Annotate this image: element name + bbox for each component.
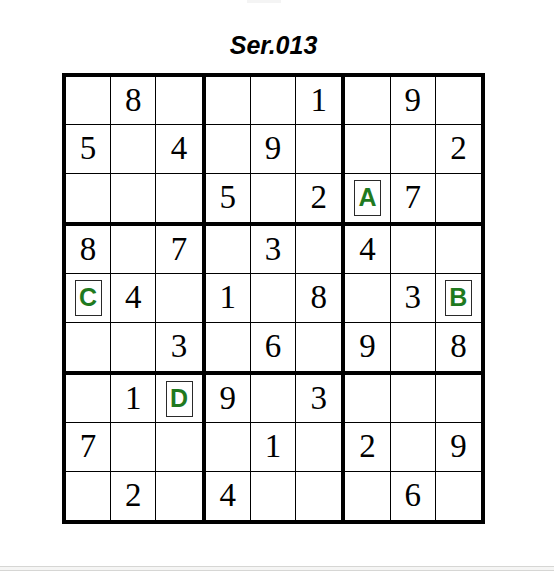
cell-r2c3[interactable]: 4 [156,125,201,173]
given-digit: 5 [80,132,97,165]
cell-r8c4[interactable] [206,423,251,471]
cell-r2c8[interactable] [391,125,436,173]
cell-r5c7[interactable] [345,274,390,322]
cell-r6c1[interactable] [66,323,111,371]
puzzle-title: Ser.013 [62,31,485,60]
cell-r7c8[interactable] [391,375,436,423]
sudoku-box-8: 9314 [204,373,344,522]
cell-r5c4[interactable]: 1 [206,274,251,322]
cell-r1c6[interactable]: 1 [296,77,341,125]
cell-r9c7[interactable] [345,472,390,520]
cell-r4c4[interactable] [206,226,251,274]
letter-D: D [170,386,188,411]
cell-r6c9[interactable]: 8 [436,323,481,371]
cell-r9c3[interactable] [156,472,201,520]
cell-r6c5[interactable]: 6 [251,323,296,371]
letter-box-B: B [445,280,472,316]
given-digit: 7 [171,233,188,266]
given-digit: 3 [171,330,188,363]
cell-r4c6[interactable] [296,226,341,274]
given-digit: 4 [125,281,142,314]
letter-box-C: C [75,280,102,316]
cell-r1c5[interactable] [251,77,296,125]
cell-r3c7[interactable]: A [345,174,390,222]
given-digit: 9 [404,84,421,117]
cell-r3c5[interactable] [251,174,296,222]
given-digit: 9 [359,330,376,363]
given-digit: 7 [404,181,421,214]
cell-r2c5[interactable]: 9 [251,125,296,173]
given-digit: 9 [220,382,237,415]
cell-r9c1[interactable] [66,472,111,520]
cell-r7c3[interactable]: D [156,375,201,423]
cell-r2c7[interactable] [345,125,390,173]
given-digit: 4 [359,233,376,266]
cell-r9c9[interactable] [436,472,481,520]
cell-r4c2[interactable] [111,226,156,274]
given-digit: 6 [265,330,282,363]
given-digit: 7 [80,430,97,463]
given-digit: 9 [265,132,282,165]
cell-r7c9[interactable] [436,375,481,423]
cell-r3c8[interactable]: 7 [391,174,436,222]
cell-r1c1[interactable] [66,77,111,125]
given-digit: 8 [310,281,327,314]
cell-r6c6[interactable] [296,323,341,371]
cell-r3c1[interactable] [66,174,111,222]
cell-r9c6[interactable] [296,472,341,520]
cell-r8c1[interactable]: 7 [66,423,111,471]
cell-r5c8[interactable]: 3 [391,274,436,322]
cell-r7c7[interactable] [345,375,390,423]
cell-r1c8[interactable]: 9 [391,77,436,125]
cell-r2c6[interactable] [296,125,341,173]
cell-r6c3[interactable]: 3 [156,323,201,371]
sudoku-box-4: 87C43 [64,224,204,373]
sudoku-box-2: 1952 [204,75,344,224]
cell-r8c9[interactable]: 9 [436,423,481,471]
cell-r7c4[interactable]: 9 [206,375,251,423]
letter-B: B [449,285,467,310]
cell-r3c6[interactable]: 2 [296,174,341,222]
given-digit: 2 [310,181,327,214]
given-digit: 3 [404,281,421,314]
cell-r9c5[interactable] [251,472,296,520]
cell-r5c5[interactable] [251,274,296,322]
cell-r9c4[interactable]: 4 [206,472,251,520]
cell-r1c9[interactable] [436,77,481,125]
given-digit: 1 [220,281,237,314]
cell-r4c5[interactable]: 3 [251,226,296,274]
given-digit: 3 [310,382,327,415]
cell-r3c3[interactable] [156,174,201,222]
cell-r9c8[interactable]: 6 [391,472,436,520]
cell-r6c8[interactable] [391,323,436,371]
top-edge-artifact [247,0,281,3]
cell-r5c1[interactable]: C [66,274,111,322]
given-digit: 5 [220,181,237,214]
sudoku-box-9: 296 [343,373,483,522]
sudoku-box-5: 3186 [204,224,344,373]
cell-r7c1[interactable] [66,375,111,423]
sudoku-box-7: 1D72 [64,373,204,522]
cell-r2c2[interactable] [111,125,156,173]
given-digit: 1 [125,382,142,415]
cell-r5c3[interactable] [156,274,201,322]
cell-r8c3[interactable] [156,423,201,471]
cell-r5c9[interactable]: B [436,274,481,322]
cell-r1c7[interactable] [345,77,390,125]
cell-r3c2[interactable] [111,174,156,222]
cell-r1c3[interactable] [156,77,201,125]
sudoku-box-1: 854 [64,75,204,224]
cell-r8c7[interactable]: 2 [345,423,390,471]
cell-r4c1[interactable]: 8 [66,226,111,274]
given-digit: 8 [450,330,467,363]
given-digit: 4 [171,132,188,165]
cell-r6c4[interactable] [206,323,251,371]
cell-r2c1[interactable]: 5 [66,125,111,173]
given-digit: 6 [404,479,421,512]
letter-C: C [79,285,97,310]
cell-r5c6[interactable]: 8 [296,274,341,322]
sudoku-grid: 854195292A787C43318643B981D729314296 [62,73,485,524]
cell-r9c2[interactable]: 2 [111,472,156,520]
given-digit: 2 [450,132,467,165]
cell-r8c5[interactable]: 1 [251,423,296,471]
cell-r1c4[interactable] [206,77,251,125]
cell-r8c8[interactable] [391,423,436,471]
given-digit: 1 [265,430,282,463]
cell-r7c5[interactable] [251,375,296,423]
letter-box-D: D [166,381,193,417]
cell-r4c3[interactable]: 7 [156,226,201,274]
cell-r4c9[interactable] [436,226,481,274]
given-digit: 2 [125,479,142,512]
given-digit: 1 [310,84,327,117]
given-digit: 4 [220,479,237,512]
given-digit: 3 [265,233,282,266]
letter-A: A [358,185,376,210]
cell-r8c6[interactable] [296,423,341,471]
cell-r5c2[interactable]: 4 [111,274,156,322]
sudoku-box-3: 92A7 [343,75,483,224]
bottom-divider [0,566,554,571]
page: Ser.013 854195292A787C43318643B981D72931… [0,0,554,578]
sudoku-box-6: 43B98 [343,224,483,373]
cell-r7c2[interactable]: 1 [111,375,156,423]
cell-r2c4[interactable] [206,125,251,173]
given-digit: 8 [80,233,97,266]
cell-r1c2[interactable]: 8 [111,77,156,125]
given-digit: 8 [125,84,142,117]
cell-r2c9[interactable]: 2 [436,125,481,173]
letter-box-A: A [354,180,381,216]
cell-r6c2[interactable] [111,323,156,371]
cell-r4c7[interactable]: 4 [345,226,390,274]
cell-r4c8[interactable] [391,226,436,274]
cell-r8c2[interactable] [111,423,156,471]
given-digit: 9 [450,430,467,463]
cell-r3c4[interactable]: 5 [206,174,251,222]
cell-r6c7[interactable]: 9 [345,323,390,371]
cell-r7c6[interactable]: 3 [296,375,341,423]
given-digit: 2 [359,430,376,463]
cell-r3c9[interactable] [436,174,481,222]
